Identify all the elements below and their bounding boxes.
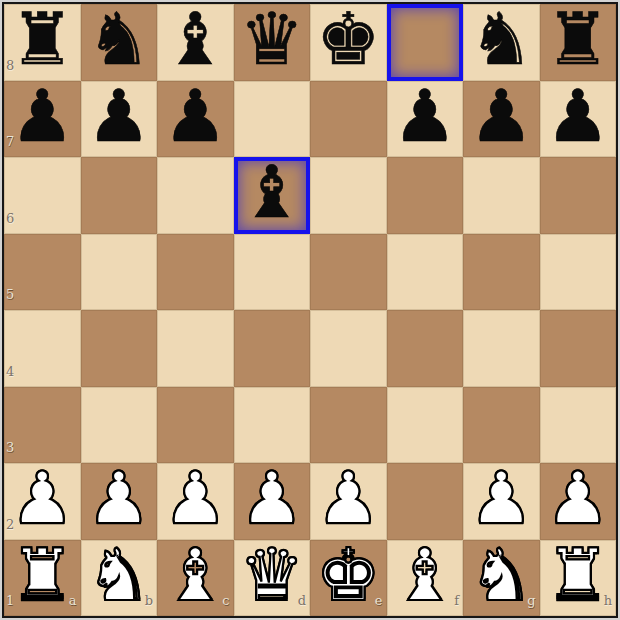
square-a8[interactable]: ♜8: [4, 4, 81, 81]
square-f7[interactable]: ♟: [387, 81, 464, 158]
piece-black-knight[interactable]: ♞: [469, 3, 534, 75]
square-h7[interactable]: ♟: [540, 81, 617, 158]
square-g8[interactable]: ♞: [463, 4, 540, 81]
square-h4[interactable]: [540, 310, 617, 387]
piece-black-knight[interactable]: ♞: [86, 3, 151, 75]
square-b8[interactable]: ♞: [81, 4, 158, 81]
piece-black-king[interactable]: ♚: [316, 3, 381, 75]
piece-black-rook[interactable]: ♜: [10, 3, 75, 75]
piece-black-queen[interactable]: ♛: [239, 3, 304, 75]
piece-black-bishop[interactable]: ♝: [163, 3, 228, 75]
piece-black-pawn[interactable]: ♟: [469, 80, 534, 152]
square-g4[interactable]: [463, 310, 540, 387]
square-h6[interactable]: [540, 157, 617, 234]
page-frame: ♜8♞♝♛♚♞♜♟7♟♟♟♟♟6♝543♟2♟♟♟♟♟♟♜1a♞b♝c♛d♚e♝…: [0, 0, 620, 620]
square-d8[interactable]: ♛: [234, 4, 311, 81]
piece-white-pawn[interactable]: ♟: [545, 462, 610, 534]
piece-black-bishop[interactable]: ♝: [239, 156, 304, 228]
piece-black-pawn[interactable]: ♟: [10, 80, 75, 152]
square-b3[interactable]: [81, 387, 158, 464]
piece-white-pawn[interactable]: ♟: [316, 462, 381, 534]
square-b1[interactable]: ♞b: [81, 540, 158, 617]
square-e4[interactable]: [310, 310, 387, 387]
square-h8[interactable]: ♜: [540, 4, 617, 81]
square-e6[interactable]: [310, 157, 387, 234]
square-e5[interactable]: [310, 234, 387, 311]
square-d2[interactable]: ♟: [234, 463, 311, 540]
piece-white-knight[interactable]: ♞: [469, 539, 534, 611]
piece-white-queen[interactable]: ♛: [239, 539, 304, 611]
piece-black-pawn[interactable]: ♟: [163, 80, 228, 152]
square-d5[interactable]: [234, 234, 311, 311]
square-c2[interactable]: ♟: [157, 463, 234, 540]
square-f1[interactable]: ♝f: [387, 540, 464, 617]
square-h3[interactable]: [540, 387, 617, 464]
piece-white-pawn[interactable]: ♟: [239, 462, 304, 534]
piece-white-pawn[interactable]: ♟: [10, 462, 75, 534]
chess-board: ♜8♞♝♛♚♞♜♟7♟♟♟♟♟6♝543♟2♟♟♟♟♟♟♜1a♞b♝c♛d♚e♝…: [2, 2, 618, 618]
square-c7[interactable]: ♟: [157, 81, 234, 158]
square-c5[interactable]: [157, 234, 234, 311]
square-c1[interactable]: ♝c: [157, 540, 234, 617]
piece-black-pawn[interactable]: ♟: [545, 80, 610, 152]
square-h2[interactable]: ♟: [540, 463, 617, 540]
piece-white-king[interactable]: ♚: [316, 539, 381, 611]
piece-black-pawn[interactable]: ♟: [392, 80, 457, 152]
square-d1[interactable]: ♛d: [234, 540, 311, 617]
square-f5[interactable]: [387, 234, 464, 311]
square-c6[interactable]: [157, 157, 234, 234]
square-g3[interactable]: [463, 387, 540, 464]
square-b2[interactable]: ♟: [81, 463, 158, 540]
square-g1[interactable]: ♞g: [463, 540, 540, 617]
square-g5[interactable]: [463, 234, 540, 311]
square-g2[interactable]: ♟: [463, 463, 540, 540]
square-f6[interactable]: [387, 157, 464, 234]
square-b6[interactable]: [81, 157, 158, 234]
square-a1[interactable]: ♜1a: [4, 540, 81, 617]
square-f8[interactable]: [387, 4, 464, 81]
square-f3[interactable]: [387, 387, 464, 464]
rank-label-5: 5: [6, 288, 14, 301]
square-a5[interactable]: 5: [4, 234, 81, 311]
square-b4[interactable]: [81, 310, 158, 387]
square-a4[interactable]: 4: [4, 310, 81, 387]
square-f2[interactable]: [387, 463, 464, 540]
square-d4[interactable]: [234, 310, 311, 387]
square-c3[interactable]: [157, 387, 234, 464]
square-a2[interactable]: ♟2: [4, 463, 81, 540]
piece-white-rook[interactable]: ♜: [10, 539, 75, 611]
piece-white-pawn[interactable]: ♟: [86, 462, 151, 534]
rank-label-6: 6: [6, 212, 14, 225]
square-g6[interactable]: [463, 157, 540, 234]
piece-white-bishop[interactable]: ♝: [163, 539, 228, 611]
square-f4[interactable]: [387, 310, 464, 387]
square-e7[interactable]: [310, 81, 387, 158]
piece-white-bishop[interactable]: ♝: [392, 539, 457, 611]
square-d7[interactable]: [234, 81, 311, 158]
piece-white-knight[interactable]: ♞: [86, 539, 151, 611]
square-a7[interactable]: ♟7: [4, 81, 81, 158]
square-b7[interactable]: ♟: [81, 81, 158, 158]
square-a6[interactable]: 6: [4, 157, 81, 234]
square-d3[interactable]: [234, 387, 311, 464]
square-a3[interactable]: 3: [4, 387, 81, 464]
square-e8[interactable]: ♚: [310, 4, 387, 81]
square-e1[interactable]: ♚e: [310, 540, 387, 617]
square-c8[interactable]: ♝: [157, 4, 234, 81]
square-b5[interactable]: [81, 234, 158, 311]
piece-white-rook[interactable]: ♜: [545, 539, 610, 611]
piece-black-pawn[interactable]: ♟: [86, 80, 151, 152]
rank-label-3: 3: [6, 441, 14, 454]
piece-white-pawn[interactable]: ♟: [163, 462, 228, 534]
square-h5[interactable]: [540, 234, 617, 311]
square-g7[interactable]: ♟: [463, 81, 540, 158]
square-e2[interactable]: ♟: [310, 463, 387, 540]
piece-black-rook[interactable]: ♜: [545, 3, 610, 75]
piece-white-pawn[interactable]: ♟: [469, 462, 534, 534]
square-e3[interactable]: [310, 387, 387, 464]
rank-label-4: 4: [6, 365, 14, 378]
square-d6[interactable]: ♝: [234, 157, 311, 234]
square-h1[interactable]: ♜h: [540, 540, 617, 617]
square-c4[interactable]: [157, 310, 234, 387]
